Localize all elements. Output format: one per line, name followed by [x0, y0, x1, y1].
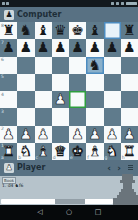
square-g2[interactable]: ♟ [104, 126, 121, 143]
square-e8[interactable]: ♚ [69, 22, 86, 39]
notification-icon [2, 2, 5, 5]
square-c1[interactable]: c♝ [35, 143, 52, 160]
rank-label: 8 [1, 23, 4, 28]
square-h4[interactable] [121, 91, 138, 108]
piece-black-king: ♚ [69, 22, 86, 39]
piece-white-pawn: ♟ [121, 126, 138, 143]
square-d3[interactable] [52, 108, 69, 125]
file-label: a [1, 155, 4, 160]
square-f5[interactable] [86, 74, 103, 91]
rank-label: 2 [1, 126, 4, 131]
square-b8[interactable]: ♞ [17, 22, 34, 39]
move-list[interactable]: 1. d4 ♞f6 [2, 183, 23, 189]
square-f2[interactable]: ♟ [86, 126, 103, 143]
square-e2[interactable]: ♟ [69, 126, 86, 143]
square-g6[interactable] [104, 57, 121, 74]
wifi-icon [116, 2, 119, 5]
square-a2[interactable]: 2♟ [0, 126, 17, 143]
square-c3[interactable] [35, 108, 52, 125]
menu-icon[interactable] [128, 165, 133, 171]
square-h8[interactable]: ♜ [121, 22, 138, 39]
piece-black-pawn: ♟ [104, 39, 121, 56]
square-d7[interactable]: ♟ [52, 39, 69, 56]
file-label: f [87, 155, 89, 160]
square-b1[interactable]: b♞ [17, 143, 34, 160]
home-icon[interactable]: ○ [64, 208, 74, 217]
piece-black-pawn: ♟ [52, 39, 69, 56]
player-name: Player [17, 163, 45, 172]
file-label: d [53, 155, 56, 160]
square-g4[interactable] [104, 91, 121, 108]
black-pawn-icon: ♟ [4, 10, 14, 20]
square-h6[interactable] [121, 57, 138, 74]
square-e3[interactable] [69, 108, 86, 125]
piece-white-pawn: ♟ [35, 126, 52, 143]
signal-icon [111, 2, 114, 5]
square-e5[interactable] [69, 74, 86, 91]
square-h7[interactable]: ♟ [121, 39, 138, 56]
rank-label: 7 [1, 40, 4, 45]
game-info-panel: Book 1. d4 ♞f6 [0, 176, 138, 205]
square-f3[interactable] [86, 108, 103, 125]
scrollbar-thumb[interactable] [55, 199, 85, 204]
square-e1[interactable]: e♚ [69, 143, 86, 160]
square-g5[interactable] [104, 74, 121, 91]
recents-icon[interactable]: □ [93, 208, 103, 217]
file-label: e [70, 155, 73, 160]
notification-icon [6, 2, 9, 5]
square-e7[interactable]: ♟ [69, 39, 86, 56]
rank-label: 3 [1, 109, 4, 114]
piece-black-knight: ♞ [17, 22, 34, 39]
piece-black-pawn: ♟ [17, 39, 34, 56]
square-b4[interactable] [17, 91, 34, 108]
file-label: b [18, 155, 21, 160]
square-f1[interactable]: f♝ [86, 143, 103, 160]
square-g8[interactable] [104, 22, 121, 39]
back-icon[interactable]: ◁ [35, 208, 45, 217]
pawn-silhouette-graphic [112, 174, 138, 207]
piece-black-queen: ♛ [52, 22, 69, 39]
android-nav-bar: ◁ ○ □ [0, 205, 138, 220]
next-move-button[interactable]: › [115, 162, 123, 174]
piece-black-pawn: ♟ [35, 39, 52, 56]
piece-black-pawn: ♟ [86, 39, 103, 56]
square-d5[interactable] [52, 74, 69, 91]
square-g7[interactable]: ♟ [104, 39, 121, 56]
file-label: c [36, 155, 38, 160]
square-b2[interactable]: ♟ [17, 126, 34, 143]
scrollbar-track[interactable] [1, 199, 113, 204]
square-c4[interactable] [35, 91, 52, 108]
piece-black-pawn: ♟ [121, 39, 138, 56]
square-d4[interactable]: ♟ [52, 91, 69, 108]
white-pawn-icon: ♟ [4, 163, 14, 173]
piece-white-pawn: ♟ [17, 126, 34, 143]
piece-black-rook: ♜ [121, 22, 138, 39]
previous-move-button[interactable]: ‹ [105, 162, 113, 174]
square-f4[interactable] [86, 91, 103, 108]
app-screen: ♟ Computer 8♜♞♝♛♚♝♜7♟♟♟♟♟♟♟♟6♞54♟32♟♟♟♟♟… [0, 0, 138, 220]
android-status-bar [0, 0, 138, 7]
piece-black-pawn: ♟ [69, 39, 86, 56]
square-g3[interactable] [104, 108, 121, 125]
square-f7[interactable]: ♟ [86, 39, 103, 56]
square-h5[interactable] [121, 74, 138, 91]
square-h1[interactable]: h♜ [121, 143, 138, 160]
opponent-bar: ♟ Computer [0, 7, 138, 22]
square-e4[interactable] [69, 91, 86, 108]
square-h3[interactable] [121, 108, 138, 125]
piece-black-knight: ♞ [86, 57, 103, 74]
square-f8[interactable]: ♝ [86, 22, 103, 39]
piece-black-bishop: ♝ [35, 22, 52, 39]
piece-black-bishop: ♝ [86, 22, 103, 39]
square-f6[interactable]: ♞ [86, 57, 103, 74]
square-a3[interactable]: 3 [0, 108, 17, 125]
square-c2[interactable]: ♟ [35, 126, 52, 143]
square-b7[interactable]: ♟ [17, 39, 34, 56]
square-d2[interactable] [52, 126, 69, 143]
file-label: h [122, 155, 125, 160]
piece-white-pawn: ♟ [86, 126, 103, 143]
clock-area [126, 2, 137, 5]
square-b6[interactable] [17, 57, 34, 74]
piece-white-pawn: ♟ [69, 126, 86, 143]
square-a4[interactable]: 4 [0, 91, 17, 108]
battery-icon [121, 2, 124, 5]
square-e6[interactable] [69, 57, 86, 74]
piece-white-pawn: ♟ [52, 91, 69, 108]
square-a6[interactable]: 6 [0, 57, 17, 74]
file-label: g [105, 155, 108, 160]
square-a7[interactable]: 7♟ [0, 39, 17, 56]
piece-white-pawn: ♟ [104, 126, 121, 143]
square-d1[interactable]: d♛ [52, 143, 69, 160]
square-b5[interactable] [17, 74, 34, 91]
square-d8[interactable]: ♛ [52, 22, 69, 39]
rank-label: 5 [1, 74, 4, 79]
square-b3[interactable] [17, 108, 34, 125]
square-d6[interactable] [52, 57, 69, 74]
square-g1[interactable]: g♞ [104, 143, 121, 160]
chess-board: 8♜♞♝♛♚♝♜7♟♟♟♟♟♟♟♟6♞54♟32♟♟♟♟♟♟♟1a♜b♞c♝d♛… [0, 22, 138, 160]
square-h2[interactable]: ♟ [121, 126, 138, 143]
square-c5[interactable] [35, 74, 52, 91]
square-c6[interactable] [35, 57, 52, 74]
rank-label: 1 [1, 143, 4, 148]
rank-label: 4 [1, 92, 4, 97]
square-c8[interactable]: ♝ [35, 22, 52, 39]
square-a1[interactable]: 1a♜ [0, 143, 17, 160]
square-a8[interactable]: 8♜ [0, 22, 17, 39]
opponent-name: Computer [17, 10, 61, 19]
rank-label: 6 [1, 57, 4, 62]
square-c7[interactable]: ♟ [35, 39, 52, 56]
square-a5[interactable]: 5 [0, 74, 17, 91]
